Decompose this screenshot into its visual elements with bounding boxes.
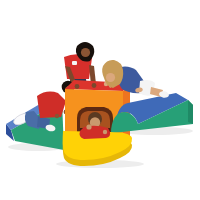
product-photo xyxy=(0,0,200,200)
shirt-logo xyxy=(72,61,77,65)
girl-climbing-face xyxy=(106,73,115,82)
tunnel-child-hand-2 xyxy=(103,130,107,134)
tunnel-child-hand xyxy=(86,124,91,129)
girl-standing-hand-2 xyxy=(92,83,97,88)
girl-standing-face xyxy=(81,48,90,57)
girl-standing-hand xyxy=(75,84,80,89)
play-set-scene xyxy=(0,0,200,200)
boy-hand-2 xyxy=(55,114,59,118)
